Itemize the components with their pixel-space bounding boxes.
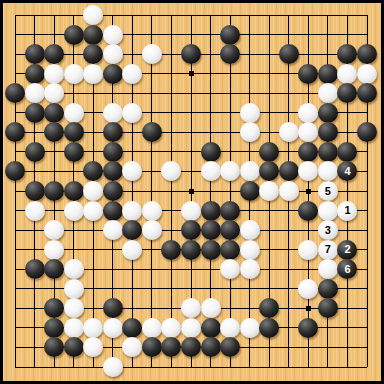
black-stone [103,122,123,142]
white-stone [318,83,338,103]
white-stone [25,201,45,221]
white-stone [240,220,260,240]
black-stone [25,142,45,162]
white-stone [181,318,201,338]
black-stone [44,181,64,201]
white-stone [64,259,84,279]
white-stone-move-7: 7 [318,240,338,260]
white-stone [25,83,45,103]
white-stone-move-3: 3 [318,220,338,240]
black-stone-move-2: 2 [337,240,357,260]
white-stone [103,220,123,240]
white-stone [83,64,103,84]
move-number-label: 6 [344,264,350,275]
white-stone [83,318,103,338]
star-point [306,189,311,194]
white-stone [64,279,84,299]
black-stone [64,122,84,142]
white-stone [103,103,123,123]
black-stone [220,201,240,221]
black-stone [25,259,45,279]
white-stone [220,318,240,338]
white-stone [240,161,260,181]
white-stone [122,103,142,123]
white-stone [83,201,103,221]
black-stone [279,44,299,64]
white-stone [337,64,357,84]
white-stone [142,201,162,221]
black-stone [201,220,221,240]
black-stone [103,142,123,162]
white-stone-move-1: 1 [337,201,357,221]
white-stone [122,64,142,84]
white-stone [103,25,123,45]
black-stone [25,64,45,84]
black-stone [259,318,279,338]
white-stone [240,122,260,142]
white-stone [64,318,84,338]
white-stone [142,44,162,64]
black-stone [161,240,181,260]
black-stone [25,103,45,123]
black-stone [220,240,240,260]
star-point [306,306,311,311]
white-stone [64,103,84,123]
black-stone [44,318,64,338]
black-stone [103,64,123,84]
white-stone [240,318,260,338]
black-stone [25,181,45,201]
white-stone [201,298,221,318]
white-stone [240,259,260,279]
white-stone [44,64,64,84]
white-stone [64,298,84,318]
black-stone [240,181,260,201]
white-stone [142,318,162,338]
star-point [189,189,194,194]
white-stone [298,279,318,299]
black-stone [64,25,84,45]
black-stone [357,44,377,64]
black-stone [103,181,123,201]
move-number-label: 1 [344,205,350,216]
white-stone [122,201,142,221]
white-stone-move-5: 5 [318,181,338,201]
white-stone [240,240,260,260]
white-stone [240,103,260,123]
black-stone [201,337,221,357]
move-number-label: 3 [325,225,331,236]
white-stone [357,64,377,84]
black-stone [181,220,201,240]
star-point [189,71,194,76]
black-stone [103,201,123,221]
black-stone [64,337,84,357]
black-stone [64,181,84,201]
white-stone [279,181,299,201]
screenshot-stage: 4513726 [0,0,384,384]
black-stone [298,201,318,221]
move-number-label: 2 [344,244,350,255]
black-stone [318,64,338,84]
black-stone [201,201,221,221]
move-number-label: 7 [325,244,331,255]
black-stone [318,103,338,123]
white-stone [318,201,338,221]
black-stone [181,44,201,64]
black-stone [298,64,318,84]
white-stone [64,64,84,84]
move-number-label: 4 [344,166,350,177]
black-stone [83,25,103,45]
black-stone [201,318,221,338]
go-board[interactable]: 4513726 [0,0,384,384]
white-stone [279,122,299,142]
white-stone [103,44,123,64]
white-stone [318,259,338,279]
white-stone [44,240,64,260]
black-stone [318,142,338,162]
white-stone [142,220,162,240]
black-stone [201,142,221,162]
black-stone [25,44,45,64]
black-stone [103,298,123,318]
white-stone [122,240,142,260]
black-stone [181,240,201,260]
black-stone [44,103,64,123]
black-stone [318,279,338,299]
white-stone [103,318,123,338]
black-stone [220,25,240,45]
black-stone [201,240,221,260]
white-stone [181,201,201,221]
white-stone [298,240,318,260]
white-stone [64,201,84,221]
move-number-label: 5 [325,186,331,197]
black-stone [64,142,84,162]
white-stone [201,161,221,181]
white-stone [103,357,123,377]
black-stone [259,142,279,162]
white-stone [298,103,318,123]
